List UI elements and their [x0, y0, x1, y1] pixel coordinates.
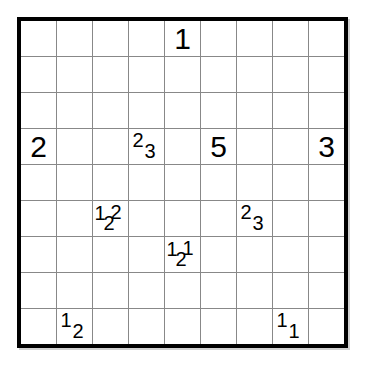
- empty-cell-r7c4[interactable]: [165, 273, 200, 308]
- empty-cell-r4c7[interactable]: [273, 165, 308, 200]
- empty-cell-r4c6[interactable]: [237, 165, 272, 200]
- clue-cell-r3c3: 23: [129, 129, 164, 164]
- clue-digit: 2: [72, 321, 84, 341]
- empty-cell-r2c2[interactable]: [93, 93, 128, 128]
- empty-cell-r0c6[interactable]: [237, 21, 272, 56]
- empty-cell-r7c7[interactable]: [273, 273, 308, 308]
- empty-cell-r4c3[interactable]: [129, 165, 164, 200]
- empty-cell-r1c5[interactable]: [201, 57, 236, 92]
- empty-cell-r6c3[interactable]: [129, 237, 164, 272]
- empty-cell-r0c5[interactable]: [201, 21, 236, 56]
- empty-cell-r4c8[interactable]: [309, 165, 344, 200]
- clue-cell-r6c4: 121: [165, 237, 200, 272]
- empty-cell-r7c1[interactable]: [57, 273, 92, 308]
- clue-digit: 1: [60, 310, 72, 330]
- empty-cell-r0c2[interactable]: [93, 21, 128, 56]
- empty-cell-r1c8[interactable]: [309, 57, 344, 92]
- empty-cell-r1c2[interactable]: [93, 57, 128, 92]
- empty-cell-r1c1[interactable]: [57, 57, 92, 92]
- empty-cell-r3c7[interactable]: [273, 129, 308, 164]
- empty-cell-r8c0[interactable]: [21, 309, 56, 344]
- empty-cell-r7c8[interactable]: [309, 273, 344, 308]
- clue-cell-r3c8: 3: [309, 129, 344, 164]
- empty-cell-r8c6[interactable]: [237, 309, 272, 344]
- empty-cell-r5c4[interactable]: [165, 201, 200, 236]
- empty-cell-r2c3[interactable]: [129, 93, 164, 128]
- empty-cell-r4c0[interactable]: [21, 165, 56, 200]
- empty-cell-r3c6[interactable]: [237, 129, 272, 164]
- empty-cell-r2c5[interactable]: [201, 93, 236, 128]
- tapa-board: 122353122231211211: [17, 17, 348, 348]
- empty-cell-r2c7[interactable]: [273, 93, 308, 128]
- empty-cell-r7c6[interactable]: [237, 273, 272, 308]
- clue-digit: 5: [201, 129, 236, 164]
- empty-cell-r5c1[interactable]: [57, 201, 92, 236]
- empty-cell-r8c8[interactable]: [309, 309, 344, 344]
- empty-cell-r3c2[interactable]: [93, 129, 128, 164]
- empty-cell-r4c5[interactable]: [201, 165, 236, 200]
- clue-cell-r5c2: 122: [93, 201, 128, 236]
- empty-cell-r6c0[interactable]: [21, 237, 56, 272]
- clue-digit: 2: [110, 202, 122, 222]
- empty-cell-r2c8[interactable]: [309, 93, 344, 128]
- empty-cell-r2c1[interactable]: [57, 93, 92, 128]
- empty-cell-r7c3[interactable]: [129, 273, 164, 308]
- empty-cell-r4c2[interactable]: [93, 165, 128, 200]
- empty-cell-r6c2[interactable]: [93, 237, 128, 272]
- empty-cell-r7c5[interactable]: [201, 273, 236, 308]
- clue-cell-r3c0: 2: [21, 129, 56, 164]
- clue-cell-r8c7: 11: [273, 309, 308, 344]
- clue-digit: 2: [240, 202, 252, 222]
- empty-cell-r0c0[interactable]: [21, 21, 56, 56]
- clue-cell-r8c1: 12: [57, 309, 92, 344]
- empty-cell-r8c3[interactable]: [129, 309, 164, 344]
- page: 122353122231211211: [0, 0, 365, 348]
- empty-cell-r0c1[interactable]: [57, 21, 92, 56]
- empty-cell-r1c0[interactable]: [21, 57, 56, 92]
- clue-digit: 3: [252, 213, 264, 233]
- empty-cell-r5c7[interactable]: [273, 201, 308, 236]
- clue-digit: 1: [182, 238, 194, 258]
- empty-cell-r2c0[interactable]: [21, 93, 56, 128]
- clue-digit: 2: [21, 129, 56, 164]
- empty-cell-r8c2[interactable]: [93, 309, 128, 344]
- empty-cell-r1c4[interactable]: [165, 57, 200, 92]
- empty-cell-r5c3[interactable]: [129, 201, 164, 236]
- clue-cell-r3c5: 5: [201, 129, 236, 164]
- empty-cell-r2c4[interactable]: [165, 93, 200, 128]
- empty-cell-r6c6[interactable]: [237, 237, 272, 272]
- empty-cell-r5c8[interactable]: [309, 201, 344, 236]
- empty-cell-r5c5[interactable]: [201, 201, 236, 236]
- empty-cell-r4c4[interactable]: [165, 165, 200, 200]
- empty-cell-r4c1[interactable]: [57, 165, 92, 200]
- clue-digit: 3: [309, 129, 344, 164]
- clue-digit: 1: [165, 21, 200, 56]
- empty-cell-r0c7[interactable]: [273, 21, 308, 56]
- empty-cell-r5c0[interactable]: [21, 201, 56, 236]
- empty-cell-r8c5[interactable]: [201, 309, 236, 344]
- empty-cell-r8c4[interactable]: [165, 309, 200, 344]
- clue-digit: 1: [276, 310, 288, 330]
- clue-digit: 1: [288, 321, 300, 341]
- empty-cell-r1c7[interactable]: [273, 57, 308, 92]
- empty-cell-r0c8[interactable]: [309, 21, 344, 56]
- empty-cell-r6c7[interactable]: [273, 237, 308, 272]
- clue-digit: 3: [144, 141, 156, 161]
- empty-cell-r6c5[interactable]: [201, 237, 236, 272]
- clue-cell-r0c4: 1: [165, 21, 200, 56]
- empty-cell-r3c4[interactable]: [165, 129, 200, 164]
- clue-digit: 2: [132, 130, 144, 150]
- empty-cell-r2c6[interactable]: [237, 93, 272, 128]
- empty-cell-r3c1[interactable]: [57, 129, 92, 164]
- empty-cell-r7c0[interactable]: [21, 273, 56, 308]
- empty-cell-r0c3[interactable]: [129, 21, 164, 56]
- empty-cell-r6c1[interactable]: [57, 237, 92, 272]
- empty-cell-r6c8[interactable]: [309, 237, 344, 272]
- clue-cell-r5c6: 23: [237, 201, 272, 236]
- empty-cell-r1c3[interactable]: [129, 57, 164, 92]
- empty-cell-r7c2[interactable]: [93, 273, 128, 308]
- empty-cell-r1c6[interactable]: [237, 57, 272, 92]
